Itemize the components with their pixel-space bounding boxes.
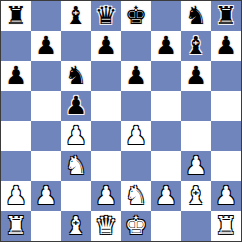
square-a6[interactable]: ♟ xyxy=(1,61,31,91)
square-a4[interactable] xyxy=(1,121,31,151)
square-f6[interactable] xyxy=(151,61,181,91)
square-b6[interactable] xyxy=(31,61,61,91)
square-a5[interactable] xyxy=(1,91,31,121)
square-g3[interactable]: ♟ xyxy=(181,151,211,181)
square-e6[interactable]: ♟ xyxy=(121,61,151,91)
square-c6[interactable]: ♞ xyxy=(61,61,91,91)
piece-white-knight[interactable]: ♞ xyxy=(125,181,147,211)
square-h8[interactable]: ♜ xyxy=(211,1,241,31)
piece-white-pawn[interactable]: ♟ xyxy=(125,121,147,151)
piece-black-pawn[interactable]: ♟ xyxy=(65,91,87,121)
square-g1[interactable] xyxy=(181,211,211,241)
square-g6[interactable]: ♟ xyxy=(181,61,211,91)
piece-black-pawn[interactable]: ♟ xyxy=(155,31,177,61)
square-c1[interactable]: ♝ xyxy=(61,211,91,241)
piece-black-rook[interactable]: ♜ xyxy=(215,1,237,31)
piece-white-pawn[interactable]: ♟ xyxy=(95,181,117,211)
square-e1[interactable]: ♚ xyxy=(121,211,151,241)
square-e5[interactable] xyxy=(121,91,151,121)
square-g8[interactable]: ♞ xyxy=(181,1,211,31)
square-b4[interactable] xyxy=(31,121,61,151)
square-a8[interactable]: ♜ xyxy=(1,1,31,31)
square-f4[interactable] xyxy=(151,121,181,151)
piece-black-pawn[interactable]: ♟ xyxy=(125,61,147,91)
square-h7[interactable]: ♟ xyxy=(211,31,241,61)
square-e8[interactable]: ♚ xyxy=(121,1,151,31)
square-h3[interactable] xyxy=(211,151,241,181)
square-d1[interactable]: ♛ xyxy=(91,211,121,241)
square-c2[interactable] xyxy=(61,181,91,211)
square-d7[interactable]: ♟ xyxy=(91,31,121,61)
piece-black-pawn[interactable]: ♟ xyxy=(95,31,117,61)
piece-black-pawn[interactable]: ♟ xyxy=(215,31,237,61)
square-f7[interactable]: ♟ xyxy=(151,31,181,61)
piece-white-rook[interactable]: ♜ xyxy=(5,211,27,241)
piece-white-rook[interactable]: ♜ xyxy=(215,211,237,241)
square-g7[interactable]: ♝ xyxy=(181,31,211,61)
piece-white-queen[interactable]: ♛ xyxy=(95,211,117,241)
square-e3[interactable] xyxy=(121,151,151,181)
piece-black-pawn[interactable]: ♟ xyxy=(5,61,27,91)
square-c4[interactable]: ♟ xyxy=(61,121,91,151)
square-c7[interactable] xyxy=(61,31,91,61)
piece-black-bishop[interactable]: ♝ xyxy=(65,1,87,31)
square-d6[interactable] xyxy=(91,61,121,91)
square-c3[interactable]: ♞ xyxy=(61,151,91,181)
square-f8[interactable] xyxy=(151,1,181,31)
square-d3[interactable] xyxy=(91,151,121,181)
square-b2[interactable]: ♟ xyxy=(31,181,61,211)
square-h1[interactable]: ♜ xyxy=(211,211,241,241)
square-c8[interactable]: ♝ xyxy=(61,1,91,31)
square-g5[interactable] xyxy=(181,91,211,121)
square-d4[interactable] xyxy=(91,121,121,151)
piece-white-pawn[interactable]: ♟ xyxy=(5,181,27,211)
square-b3[interactable] xyxy=(31,151,61,181)
piece-white-king[interactable]: ♚ xyxy=(125,211,147,241)
square-h5[interactable] xyxy=(211,91,241,121)
piece-white-pawn[interactable]: ♟ xyxy=(65,121,87,151)
square-d5[interactable] xyxy=(91,91,121,121)
square-a3[interactable] xyxy=(1,151,31,181)
piece-black-knight[interactable]: ♞ xyxy=(185,1,207,31)
piece-white-pawn[interactable]: ♟ xyxy=(35,181,57,211)
square-g4[interactable] xyxy=(181,121,211,151)
piece-black-pawn[interactable]: ♟ xyxy=(35,31,57,61)
piece-white-pawn[interactable]: ♟ xyxy=(215,181,237,211)
piece-black-knight[interactable]: ♞ xyxy=(65,61,87,91)
square-f5[interactable] xyxy=(151,91,181,121)
square-e4[interactable]: ♟ xyxy=(121,121,151,151)
square-f3[interactable] xyxy=(151,151,181,181)
square-c5[interactable]: ♟ xyxy=(61,91,91,121)
chess-board: ♜♝♛♚♞♜♟♟♟♝♟♟♞♟♟♟♟♟♞♟♟♟♟♞♟♝♟♜♝♛♚♜ xyxy=(0,0,242,242)
square-f2[interactable]: ♟ xyxy=(151,181,181,211)
square-b8[interactable] xyxy=(31,1,61,31)
square-a2[interactable]: ♟ xyxy=(1,181,31,211)
square-h6[interactable] xyxy=(211,61,241,91)
piece-black-rook[interactable]: ♜ xyxy=(5,1,27,31)
piece-white-pawn[interactable]: ♟ xyxy=(155,181,177,211)
square-e2[interactable]: ♞ xyxy=(121,181,151,211)
piece-white-pawn[interactable]: ♟ xyxy=(185,151,207,181)
piece-black-queen[interactable]: ♛ xyxy=(95,1,117,31)
piece-black-pawn[interactable]: ♟ xyxy=(185,61,207,91)
square-d8[interactable]: ♛ xyxy=(91,1,121,31)
piece-black-king[interactable]: ♚ xyxy=(125,1,147,31)
square-b1[interactable] xyxy=(31,211,61,241)
square-f1[interactable] xyxy=(151,211,181,241)
piece-white-knight[interactable]: ♞ xyxy=(65,151,87,181)
square-b5[interactable] xyxy=(31,91,61,121)
piece-white-bishop[interactable]: ♝ xyxy=(185,181,207,211)
square-e7[interactable] xyxy=(121,31,151,61)
square-h2[interactable]: ♟ xyxy=(211,181,241,211)
square-a1[interactable]: ♜ xyxy=(1,211,31,241)
piece-black-bishop[interactable]: ♝ xyxy=(185,31,207,61)
square-h4[interactable] xyxy=(211,121,241,151)
square-d2[interactable]: ♟ xyxy=(91,181,121,211)
square-b7[interactable]: ♟ xyxy=(31,31,61,61)
square-g2[interactable]: ♝ xyxy=(181,181,211,211)
square-a7[interactable] xyxy=(1,31,31,61)
piece-white-bishop[interactable]: ♝ xyxy=(65,211,87,241)
